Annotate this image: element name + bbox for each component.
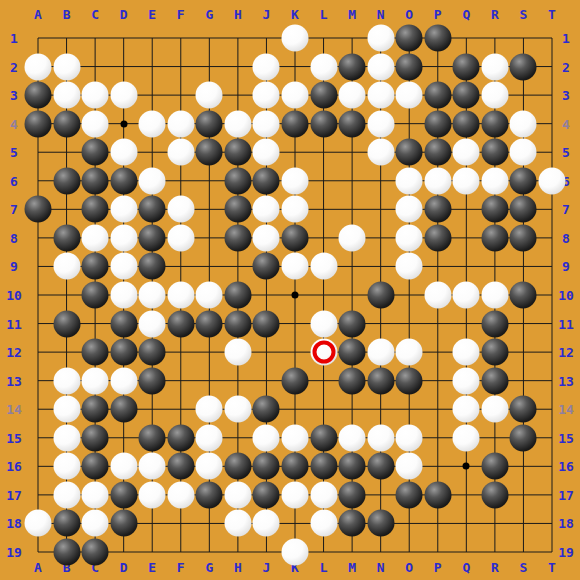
stone-P3[interactable]	[424, 82, 451, 109]
stone-L15[interactable]	[310, 424, 337, 451]
row-label-right-7: 7	[562, 203, 570, 216]
stone-D18[interactable]	[110, 510, 137, 537]
row-label-right-1: 1	[562, 32, 570, 45]
stone-H17[interactable]	[224, 481, 251, 508]
row-label-right-13: 13	[558, 374, 574, 387]
row-label-right-11: 11	[558, 317, 574, 330]
col-label-bottom-P: P	[434, 561, 442, 574]
col-label-bottom-M: M	[348, 561, 356, 574]
stone-J11[interactable]	[253, 310, 280, 337]
stone-C13[interactable]	[82, 367, 109, 394]
col-label-bottom-Q: Q	[462, 561, 470, 574]
row-label-right-17: 17	[558, 488, 574, 501]
stone-F10[interactable]	[167, 282, 194, 309]
stone-G14[interactable]	[196, 396, 223, 423]
stone-G15[interactable]	[196, 424, 223, 451]
stone-A7[interactable]	[25, 196, 52, 223]
stone-A4[interactable]	[25, 110, 52, 137]
stone-L17[interactable]	[310, 481, 337, 508]
stone-F11[interactable]	[167, 310, 194, 337]
stone-K9[interactable]	[282, 253, 309, 280]
stone-C8[interactable]	[82, 224, 109, 251]
stone-O1[interactable]	[396, 25, 423, 52]
stone-M18[interactable]	[339, 510, 366, 537]
stone-G11[interactable]	[196, 310, 223, 337]
stone-B6[interactable]	[53, 167, 80, 194]
row-label-left-7: 7	[10, 203, 18, 216]
row-label-right-16: 16	[558, 460, 574, 473]
stone-J17[interactable]	[253, 481, 280, 508]
row-label-left-12: 12	[6, 346, 22, 359]
stone-O8[interactable]	[396, 224, 423, 251]
stone-M11[interactable]	[339, 310, 366, 337]
stone-C16[interactable]	[82, 453, 109, 480]
stone-M2[interactable]	[339, 53, 366, 80]
stone-N15[interactable]	[367, 424, 394, 451]
stone-N12[interactable]	[367, 339, 394, 366]
stone-G17[interactable]	[196, 481, 223, 508]
stone-F16[interactable]	[167, 453, 194, 480]
stone-C14[interactable]	[82, 396, 109, 423]
stone-R12[interactable]	[481, 339, 508, 366]
stone-B16[interactable]	[53, 453, 80, 480]
stone-R5[interactable]	[481, 139, 508, 166]
stone-N5[interactable]	[367, 139, 394, 166]
col-label-bottom-D: D	[120, 561, 128, 574]
col-label-bottom-L: L	[320, 561, 328, 574]
stone-M15[interactable]	[339, 424, 366, 451]
col-label-bottom-E: E	[148, 561, 156, 574]
stone-S7[interactable]	[510, 196, 537, 223]
stone-R6[interactable]	[481, 167, 508, 194]
stone-R10[interactable]	[481, 282, 508, 309]
stone-D10[interactable]	[110, 282, 137, 309]
stone-B14[interactable]	[53, 396, 80, 423]
row-label-right-18: 18	[558, 517, 574, 530]
stone-P4[interactable]	[424, 110, 451, 137]
stone-H11[interactable]	[224, 310, 251, 337]
stone-L9[interactable]	[310, 253, 337, 280]
stone-R14[interactable]	[481, 396, 508, 423]
stone-H12[interactable]	[224, 339, 251, 366]
stone-H4[interactable]	[224, 110, 251, 137]
stone-S6[interactable]	[510, 167, 537, 194]
stone-H5[interactable]	[224, 139, 251, 166]
col-label-top-K: K	[291, 8, 299, 21]
stone-C10[interactable]	[82, 282, 109, 309]
stone-S10[interactable]	[510, 282, 537, 309]
col-label-top-A: A	[34, 8, 42, 21]
row-label-left-9: 9	[10, 260, 18, 273]
stone-K4[interactable]	[282, 110, 309, 137]
stone-Q13[interactable]	[453, 367, 480, 394]
row-label-left-18: 18	[6, 517, 22, 530]
stone-B9[interactable]	[53, 253, 80, 280]
col-label-top-E: E	[148, 8, 156, 21]
row-label-right-2: 2	[562, 60, 570, 73]
stone-H8[interactable]	[224, 224, 251, 251]
stone-D9[interactable]	[110, 253, 137, 280]
stone-H10[interactable]	[224, 282, 251, 309]
row-label-left-16: 16	[6, 460, 22, 473]
stone-J5[interactable]	[253, 139, 280, 166]
stone-F4[interactable]	[167, 110, 194, 137]
col-label-top-C: C	[91, 8, 99, 21]
hoshi-K10	[292, 292, 299, 299]
stone-H18[interactable]	[224, 510, 251, 537]
last-move-marker	[312, 341, 335, 364]
stone-B8[interactable]	[53, 224, 80, 251]
stone-D7[interactable]	[110, 196, 137, 223]
stone-C9[interactable]	[82, 253, 109, 280]
stone-A3[interactable]	[25, 82, 52, 109]
stone-D11[interactable]	[110, 310, 137, 337]
stone-E12[interactable]	[139, 339, 166, 366]
row-label-right-14: 14	[558, 403, 574, 416]
stone-F15[interactable]	[167, 424, 194, 451]
stone-D12[interactable]	[110, 339, 137, 366]
stone-P7[interactable]	[424, 196, 451, 223]
stone-K15[interactable]	[282, 424, 309, 451]
col-label-top-F: F	[177, 8, 185, 21]
stone-K17[interactable]	[282, 481, 309, 508]
stone-E7[interactable]	[139, 196, 166, 223]
col-label-bottom-G: G	[205, 561, 213, 574]
stone-R7[interactable]	[481, 196, 508, 223]
stone-C18[interactable]	[82, 510, 109, 537]
stone-B19[interactable]	[53, 539, 80, 566]
stone-L16[interactable]	[310, 453, 337, 480]
stone-S2[interactable]	[510, 53, 537, 80]
stone-D14[interactable]	[110, 396, 137, 423]
stone-E15[interactable]	[139, 424, 166, 451]
stone-C5[interactable]	[82, 139, 109, 166]
stone-G16[interactable]	[196, 453, 223, 480]
col-label-top-T: T	[548, 8, 556, 21]
stone-J7[interactable]	[253, 196, 280, 223]
row-label-right-8: 8	[562, 231, 570, 244]
col-label-top-O: O	[405, 8, 413, 21]
stone-R3[interactable]	[481, 82, 508, 109]
stone-R17[interactable]	[481, 481, 508, 508]
stone-K13[interactable]	[282, 367, 309, 394]
stone-F8[interactable]	[167, 224, 194, 251]
stone-J2[interactable]	[253, 53, 280, 80]
row-label-right-4: 4	[562, 117, 570, 130]
stone-J15[interactable]	[253, 424, 280, 451]
stone-B17[interactable]	[53, 481, 80, 508]
stone-O3[interactable]	[396, 82, 423, 109]
col-label-top-B: B	[63, 8, 71, 21]
col-label-top-D: D	[120, 8, 128, 21]
go-board-screen: AABBCCDDEEFFGGHHJJKKLLMMNNOOPPQQRRSSTT11…	[0, 0, 580, 580]
stone-O16[interactable]	[396, 453, 423, 480]
col-label-top-S: S	[520, 8, 528, 21]
stone-K6[interactable]	[282, 167, 309, 194]
row-label-left-14: 14	[6, 403, 22, 416]
stone-S5[interactable]	[510, 139, 537, 166]
row-label-right-10: 10	[558, 289, 574, 302]
stone-D8[interactable]	[110, 224, 137, 251]
col-label-bottom-T: T	[548, 561, 556, 574]
stone-D17[interactable]	[110, 481, 137, 508]
stone-E16[interactable]	[139, 453, 166, 480]
col-label-bottom-O: O	[405, 561, 413, 574]
stone-N18[interactable]	[367, 510, 394, 537]
stone-R16[interactable]	[481, 453, 508, 480]
stone-K7[interactable]	[282, 196, 309, 223]
stone-C12[interactable]	[82, 339, 109, 366]
hoshi-D4	[120, 120, 127, 127]
row-label-left-15: 15	[6, 431, 22, 444]
stone-R8[interactable]	[481, 224, 508, 251]
stone-P5[interactable]	[424, 139, 451, 166]
stone-P17[interactable]	[424, 481, 451, 508]
stone-H6[interactable]	[224, 167, 251, 194]
stone-O17[interactable]	[396, 481, 423, 508]
row-label-right-9: 9	[562, 260, 570, 273]
row-label-right-5: 5	[562, 146, 570, 159]
stone-E11[interactable]	[139, 310, 166, 337]
stone-Q5[interactable]	[453, 139, 480, 166]
stone-G4[interactable]	[196, 110, 223, 137]
stone-L18[interactable]	[310, 510, 337, 537]
stone-Q2[interactable]	[453, 53, 480, 80]
row-label-left-5: 5	[10, 146, 18, 159]
stone-P6[interactable]	[424, 167, 451, 194]
col-label-top-N: N	[377, 8, 385, 21]
stone-Q4[interactable]	[453, 110, 480, 137]
stone-C3[interactable]	[82, 82, 109, 109]
col-label-top-Q: Q	[462, 8, 470, 21]
stone-F7[interactable]	[167, 196, 194, 223]
row-label-left-2: 2	[10, 60, 18, 73]
col-label-bottom-J: J	[263, 561, 271, 574]
row-label-left-4: 4	[10, 117, 18, 130]
stone-D13[interactable]	[110, 367, 137, 394]
row-label-left-13: 13	[6, 374, 22, 387]
stone-C19[interactable]	[82, 539, 109, 566]
stone-B4[interactable]	[53, 110, 80, 137]
row-label-left-3: 3	[10, 89, 18, 102]
stone-N13[interactable]	[367, 367, 394, 394]
stone-E4[interactable]	[139, 110, 166, 137]
stone-K19[interactable]	[282, 539, 309, 566]
row-label-left-10: 10	[6, 289, 22, 302]
row-label-right-3: 3	[562, 89, 570, 102]
col-label-top-P: P	[434, 8, 442, 21]
row-label-left-19: 19	[6, 546, 22, 559]
stone-H14[interactable]	[224, 396, 251, 423]
stone-J18[interactable]	[253, 510, 280, 537]
stone-E6[interactable]	[139, 167, 166, 194]
stone-J4[interactable]	[253, 110, 280, 137]
stone-G10[interactable]	[196, 282, 223, 309]
col-label-top-H: H	[234, 8, 242, 21]
stone-S15[interactable]	[510, 424, 537, 451]
stone-K1[interactable]	[282, 25, 309, 52]
stone-H16[interactable]	[224, 453, 251, 480]
stone-F5[interactable]	[167, 139, 194, 166]
stone-N2[interactable]	[367, 53, 394, 80]
stone-J3[interactable]	[253, 82, 280, 109]
col-label-top-J: J	[263, 8, 271, 21]
stone-M16[interactable]	[339, 453, 366, 480]
stone-L3[interactable]	[310, 82, 337, 109]
stone-M3[interactable]	[339, 82, 366, 109]
stone-R2[interactable]	[481, 53, 508, 80]
row-label-left-17: 17	[6, 488, 22, 501]
stone-B18[interactable]	[53, 510, 80, 537]
stone-P8[interactable]	[424, 224, 451, 251]
stone-S8[interactable]	[510, 224, 537, 251]
stone-N1[interactable]	[367, 25, 394, 52]
stone-L11[interactable]	[310, 310, 337, 337]
stone-J6[interactable]	[253, 167, 280, 194]
row-label-right-19: 19	[558, 546, 574, 559]
stone-O7[interactable]	[396, 196, 423, 223]
stone-M4[interactable]	[339, 110, 366, 137]
stone-M17[interactable]	[339, 481, 366, 508]
col-label-top-M: M	[348, 8, 356, 21]
stone-J9[interactable]	[253, 253, 280, 280]
stone-E10[interactable]	[139, 282, 166, 309]
row-label-left-11: 11	[6, 317, 22, 330]
stone-S14[interactable]	[510, 396, 537, 423]
col-label-top-R: R	[491, 8, 499, 21]
stone-R11[interactable]	[481, 310, 508, 337]
stone-S4[interactable]	[510, 110, 537, 137]
stone-N10[interactable]	[367, 282, 394, 309]
stone-K3[interactable]	[282, 82, 309, 109]
stone-A18[interactable]	[25, 510, 52, 537]
stone-C6[interactable]	[82, 167, 109, 194]
stone-M13[interactable]	[339, 367, 366, 394]
stone-O15[interactable]	[396, 424, 423, 451]
stone-C17[interactable]	[82, 481, 109, 508]
col-label-top-G: G	[205, 8, 213, 21]
stone-N4[interactable]	[367, 110, 394, 137]
stone-O9[interactable]	[396, 253, 423, 280]
stone-G5[interactable]	[196, 139, 223, 166]
hoshi-Q16	[463, 463, 470, 470]
stone-Q10[interactable]	[453, 282, 480, 309]
stone-J14[interactable]	[253, 396, 280, 423]
col-label-bottom-A: A	[34, 561, 42, 574]
stone-E17[interactable]	[139, 481, 166, 508]
stone-C4[interactable]	[82, 110, 109, 137]
col-label-bottom-N: N	[377, 561, 385, 574]
stone-E9[interactable]	[139, 253, 166, 280]
stone-D6[interactable]	[110, 167, 137, 194]
stone-Q12[interactable]	[453, 339, 480, 366]
stone-C15[interactable]	[82, 424, 109, 451]
stone-L4[interactable]	[310, 110, 337, 137]
stone-O6[interactable]	[396, 167, 423, 194]
row-label-right-12: 12	[558, 346, 574, 359]
stone-K16[interactable]	[282, 453, 309, 480]
col-label-bottom-S: S	[520, 561, 528, 574]
stone-O13[interactable]	[396, 367, 423, 394]
stone-D5[interactable]	[110, 139, 137, 166]
stone-D16[interactable]	[110, 453, 137, 480]
stone-A2[interactable]	[25, 53, 52, 80]
stone-O2[interactable]	[396, 53, 423, 80]
stone-N3[interactable]	[367, 82, 394, 109]
stone-G3[interactable]	[196, 82, 223, 109]
stone-Q6[interactable]	[453, 167, 480, 194]
stone-M12[interactable]	[339, 339, 366, 366]
stone-B13[interactable]	[53, 367, 80, 394]
row-label-right-15: 15	[558, 431, 574, 444]
stone-N16[interactable]	[367, 453, 394, 480]
stone-O5[interactable]	[396, 139, 423, 166]
stone-J16[interactable]	[253, 453, 280, 480]
stone-P10[interactable]	[424, 282, 451, 309]
col-label-bottom-R: R	[491, 561, 499, 574]
stone-B3[interactable]	[53, 82, 80, 109]
stone-D3[interactable]	[110, 82, 137, 109]
stone-J8[interactable]	[253, 224, 280, 251]
col-label-bottom-F: F	[177, 561, 185, 574]
stone-E13[interactable]	[139, 367, 166, 394]
stone-R13[interactable]	[481, 367, 508, 394]
stone-B15[interactable]	[53, 424, 80, 451]
stone-Q3[interactable]	[453, 82, 480, 109]
stone-M8[interactable]	[339, 224, 366, 251]
stone-P1[interactable]	[424, 25, 451, 52]
stone-C7[interactable]	[82, 196, 109, 223]
row-label-left-1: 1	[10, 32, 18, 45]
stone-L2[interactable]	[310, 53, 337, 80]
stone-R4[interactable]	[481, 110, 508, 137]
stone-Q14[interactable]	[453, 396, 480, 423]
stone-E8[interactable]	[139, 224, 166, 251]
row-label-left-8: 8	[10, 231, 18, 244]
row-label-left-6: 6	[10, 174, 18, 187]
stone-O12[interactable]	[396, 339, 423, 366]
col-label-bottom-H: H	[234, 561, 242, 574]
stone-F17[interactable]	[167, 481, 194, 508]
col-label-top-L: L	[320, 8, 328, 21]
stone-K8[interactable]	[282, 224, 309, 251]
stone-T6[interactable]	[539, 167, 566, 194]
stone-B11[interactable]	[53, 310, 80, 337]
stone-B2[interactable]	[53, 53, 80, 80]
stone-Q15[interactable]	[453, 424, 480, 451]
stone-H7[interactable]	[224, 196, 251, 223]
